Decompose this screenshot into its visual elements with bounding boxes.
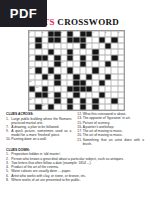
- clue-item: 8.Where works of art are presented to th…: [6, 178, 126, 182]
- clues-across-section: CLUES ACROSS: 1.Large public building wh…: [6, 112, 146, 146]
- cell-number: 6: [118, 31, 119, 33]
- cell-number: 21: [42, 104, 44, 106]
- title-rest: CROSSWORD: [55, 17, 119, 27]
- cell-number: 13: [48, 74, 50, 76]
- clues-across-header: CLUES ACROSS:: [6, 112, 71, 116]
- clues-down-section: CLUES DOWN: 1.Preposition hidden in 'old…: [6, 148, 126, 182]
- clue-text: Large public building where the Romans p…: [11, 117, 71, 125]
- cell-number: 20: [29, 98, 31, 100]
- clue-item: 21.Something that an artist does with a …: [77, 138, 144, 146]
- cell-number: 5: [105, 31, 106, 33]
- clue-item: 1.Large public building where the Romans…: [6, 117, 71, 125]
- cell-number: 16: [36, 86, 38, 88]
- cell-number: 2: [42, 31, 43, 33]
- cell-number: 7: [29, 43, 30, 45]
- clue-item: 9.A quick picture, sometimes used as a m…: [6, 129, 71, 137]
- clue-text: A quick picture, sometimes used as a mod…: [11, 129, 71, 137]
- pdf-badge[interactable]: PDF: [0, 0, 47, 27]
- crossword-grid: 1234567891012131516172021: [28, 30, 125, 111]
- cell-number: 3: [61, 31, 62, 33]
- cell-number: 9: [29, 55, 30, 57]
- clues-across-right-column: 12.What this crossword is about.13.The o…: [77, 112, 144, 145]
- cell-number: 15: [29, 80, 31, 82]
- clue-text: Something that an artist does with a bru…: [83, 138, 144, 146]
- cell-number: 4: [93, 31, 94, 33]
- pdf-badge-label: PDF: [10, 6, 38, 21]
- clue-item: 10.Painting done on a wall.: [6, 137, 71, 141]
- cell-number: 1: [29, 31, 30, 33]
- grid-cell: [118, 104, 124, 110]
- clues-down-list: 1.Preposition hidden in 'old master'.2.P…: [6, 152, 126, 182]
- clue-text: Painting done on a wall.: [11, 137, 71, 141]
- cell-number: 8: [86, 43, 87, 45]
- clues-down-header: CLUES DOWN:: [6, 148, 126, 152]
- cell-number: 17: [48, 92, 50, 94]
- cell-number: 12: [29, 67, 31, 69]
- pdf-thumbnail-page[interactable]: PDF ARTS CROSSWORD 123456789101213151617…: [0, 0, 149, 198]
- clue-text: Where works of art are presented to the …: [11, 178, 126, 182]
- cell-number: 10: [61, 61, 63, 63]
- clues-area: CLUES ACROSS: 1.Large public building wh…: [6, 112, 146, 196]
- clues-across-left-column: 1.Large public building where the Romans…: [6, 117, 71, 142]
